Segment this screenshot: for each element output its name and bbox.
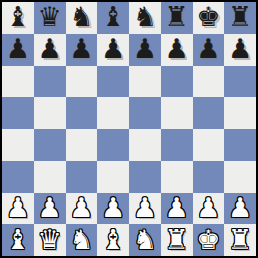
square-h2[interactable]: ♟ (224, 193, 256, 225)
square-c6[interactable] (66, 66, 98, 98)
square-f2[interactable]: ♟ (161, 193, 193, 225)
square-b1[interactable]: ♛ (34, 224, 66, 256)
white-rook-piece[interactable]: ♜ (228, 226, 252, 253)
square-g6[interactable] (193, 66, 225, 98)
square-h7[interactable]: ♟ (224, 34, 256, 66)
white-king-piece[interactable]: ♚ (196, 226, 220, 253)
square-d4[interactable] (97, 129, 129, 161)
square-g7[interactable]: ♟ (193, 34, 225, 66)
square-b8[interactable]: ♛ (34, 2, 66, 34)
square-a8[interactable]: ♝ (2, 2, 34, 34)
square-h8[interactable]: ♜ (224, 2, 256, 34)
black-pawn-piece[interactable]: ♟ (38, 35, 62, 62)
square-b4[interactable] (34, 129, 66, 161)
square-c7[interactable]: ♟ (66, 34, 98, 66)
square-e6[interactable] (129, 66, 161, 98)
white-bishop-piece[interactable]: ♝ (101, 226, 125, 253)
white-pawn-piece[interactable]: ♟ (101, 194, 125, 221)
white-bishop-piece[interactable]: ♝ (6, 226, 30, 253)
square-d6[interactable] (97, 66, 129, 98)
white-queen-piece[interactable]: ♛ (38, 226, 62, 253)
square-d5[interactable] (97, 97, 129, 129)
black-pawn-piece[interactable]: ♟ (196, 35, 220, 62)
square-a7[interactable]: ♟ (2, 34, 34, 66)
square-e7[interactable]: ♟ (129, 34, 161, 66)
black-rook-piece[interactable]: ♜ (165, 3, 189, 30)
square-f6[interactable] (161, 66, 193, 98)
white-pawn-piece[interactable]: ♟ (165, 194, 189, 221)
square-d2[interactable]: ♟ (97, 193, 129, 225)
square-a4[interactable] (2, 129, 34, 161)
chess-board: ♝♛♞♝♞♜♚♜♟♟♟♟♟♟♟♟♟♟♟♟♟♟♟♟♝♛♞♝♞♜♚♜ (0, 0, 258, 258)
black-pawn-piece[interactable]: ♟ (101, 35, 125, 62)
square-h6[interactable] (224, 66, 256, 98)
square-h3[interactable] (224, 161, 256, 193)
black-bishop-piece[interactable]: ♝ (101, 3, 125, 30)
square-h1[interactable]: ♜ (224, 224, 256, 256)
square-e1[interactable]: ♞ (129, 224, 161, 256)
white-rook-piece[interactable]: ♜ (165, 226, 189, 253)
square-a5[interactable] (2, 97, 34, 129)
black-rook-piece[interactable]: ♜ (228, 3, 252, 30)
white-pawn-piece[interactable]: ♟ (38, 194, 62, 221)
square-h4[interactable] (224, 129, 256, 161)
black-pawn-piece[interactable]: ♟ (6, 35, 30, 62)
black-bishop-piece[interactable]: ♝ (6, 3, 30, 30)
square-b7[interactable]: ♟ (34, 34, 66, 66)
square-g3[interactable] (193, 161, 225, 193)
square-b3[interactable] (34, 161, 66, 193)
square-e3[interactable] (129, 161, 161, 193)
white-pawn-piece[interactable]: ♟ (6, 194, 30, 221)
white-knight-piece[interactable]: ♞ (69, 226, 93, 253)
square-a2[interactable]: ♟ (2, 193, 34, 225)
square-b5[interactable] (34, 97, 66, 129)
square-a6[interactable] (2, 66, 34, 98)
black-knight-piece[interactable]: ♞ (69, 3, 93, 30)
square-g1[interactable]: ♚ (193, 224, 225, 256)
square-c2[interactable]: ♟ (66, 193, 98, 225)
white-pawn-piece[interactable]: ♟ (133, 194, 157, 221)
square-d1[interactable]: ♝ (97, 224, 129, 256)
square-c5[interactable] (66, 97, 98, 129)
square-a3[interactable] (2, 161, 34, 193)
square-f3[interactable] (161, 161, 193, 193)
square-a1[interactable]: ♝ (2, 224, 34, 256)
square-e4[interactable] (129, 129, 161, 161)
square-c1[interactable]: ♞ (66, 224, 98, 256)
white-pawn-piece[interactable]: ♟ (228, 194, 252, 221)
square-c3[interactable] (66, 161, 98, 193)
square-c4[interactable] (66, 129, 98, 161)
black-queen-piece[interactable]: ♛ (38, 3, 62, 30)
black-pawn-piece[interactable]: ♟ (165, 35, 189, 62)
square-e8[interactable]: ♞ (129, 2, 161, 34)
square-f8[interactable]: ♜ (161, 2, 193, 34)
square-g2[interactable]: ♟ (193, 193, 225, 225)
black-knight-piece[interactable]: ♞ (133, 3, 157, 30)
square-c8[interactable]: ♞ (66, 2, 98, 34)
black-king-piece[interactable]: ♚ (196, 3, 220, 30)
square-g4[interactable] (193, 129, 225, 161)
black-pawn-piece[interactable]: ♟ (69, 35, 93, 62)
square-d8[interactable]: ♝ (97, 2, 129, 34)
square-g8[interactable]: ♚ (193, 2, 225, 34)
white-pawn-piece[interactable]: ♟ (69, 194, 93, 221)
square-f7[interactable]: ♟ (161, 34, 193, 66)
square-f4[interactable] (161, 129, 193, 161)
square-e5[interactable] (129, 97, 161, 129)
square-f5[interactable] (161, 97, 193, 129)
square-e2[interactable]: ♟ (129, 193, 161, 225)
black-pawn-piece[interactable]: ♟ (228, 35, 252, 62)
square-d3[interactable] (97, 161, 129, 193)
white-pawn-piece[interactable]: ♟ (196, 194, 220, 221)
black-pawn-piece[interactable]: ♟ (133, 35, 157, 62)
square-b6[interactable] (34, 66, 66, 98)
square-d7[interactable]: ♟ (97, 34, 129, 66)
square-h5[interactable] (224, 97, 256, 129)
white-knight-piece[interactable]: ♞ (133, 226, 157, 253)
square-b2[interactable]: ♟ (34, 193, 66, 225)
square-f1[interactable]: ♜ (161, 224, 193, 256)
square-g5[interactable] (193, 97, 225, 129)
